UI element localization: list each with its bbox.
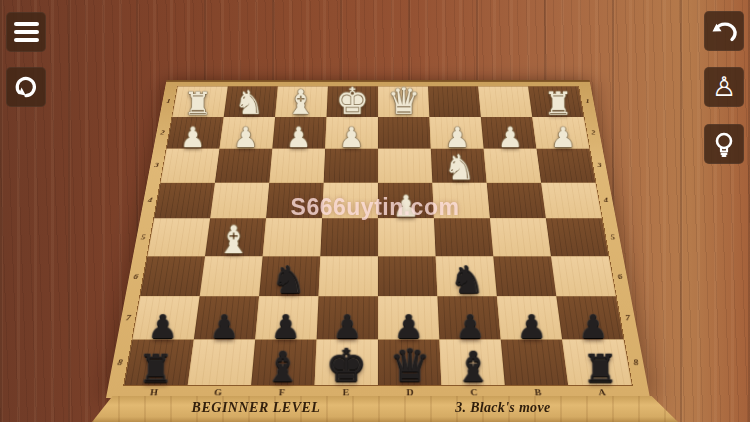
white-pawn-piece[interactable]: ♟ <box>325 123 378 151</box>
square-c3[interactable]: ♞ <box>431 149 487 183</box>
square-h4[interactable] <box>154 182 215 218</box>
square-h1[interactable]: ♜ <box>172 87 227 117</box>
square-e6[interactable] <box>319 256 378 296</box>
square-c5[interactable] <box>434 218 493 256</box>
square-a6[interactable] <box>551 256 616 296</box>
pieces-button[interactable]: ♙ <box>704 67 744 107</box>
square-a5[interactable] <box>546 218 609 256</box>
square-f8[interactable]: ♝ <box>251 339 316 385</box>
square-d1[interactable]: ♛ <box>378 87 429 117</box>
square-h7[interactable]: ♟ <box>133 296 200 339</box>
hamburger-menu-icon <box>14 22 39 42</box>
square-e7[interactable]: ♟ <box>317 296 378 339</box>
watermark-text: S666uytin.com <box>291 194 460 221</box>
square-g2[interactable]: ♟ <box>219 117 275 149</box>
rotate-board-icon <box>12 73 40 101</box>
black-pawn-piece[interactable]: ♟ <box>439 310 501 343</box>
white-pawn-piece[interactable]: ♟ <box>431 123 484 151</box>
black-pawn-piece[interactable]: ♟ <box>562 310 624 343</box>
square-a7[interactable]: ♟ <box>556 296 623 339</box>
square-b6[interactable] <box>493 256 556 296</box>
white-pawn-piece[interactable]: ♟ <box>272 123 325 151</box>
white-queen-piece[interactable]: ♛ <box>378 83 430 119</box>
square-f3[interactable] <box>269 149 325 183</box>
square-a3[interactable] <box>537 149 596 183</box>
square-g4[interactable] <box>210 182 269 218</box>
square-h5[interactable] <box>147 218 210 256</box>
square-e8[interactable]: ♚ <box>315 339 378 385</box>
square-f7[interactable]: ♟ <box>255 296 318 339</box>
square-b5[interactable] <box>490 218 551 256</box>
black-bishop-piece[interactable]: ♝ <box>251 347 315 389</box>
square-g1[interactable]: ♞ <box>224 87 278 117</box>
square-d7[interactable]: ♟ <box>378 296 439 339</box>
white-knight-piece[interactable]: ♞ <box>432 151 487 185</box>
square-c8[interactable]: ♝ <box>439 339 504 385</box>
square-e5[interactable] <box>320 218 378 256</box>
square-f5[interactable] <box>263 218 322 256</box>
hint-button[interactable] <box>704 124 744 164</box>
undo-button[interactable] <box>704 11 744 51</box>
square-e1[interactable]: ♚ <box>327 87 378 117</box>
chess-board: 12345678 ♜♞♝♚♛♜♟♟♟♟♟♟♟♞♟♝♞♞♟♟♟♟♟♟♟♟♜♝♚♛♝… <box>106 80 650 398</box>
black-rook-piece[interactable]: ♜ <box>124 349 188 389</box>
square-b7[interactable]: ♟ <box>497 296 562 339</box>
status-bar: BEGINNER LEVEL 3. Black's move <box>92 396 678 422</box>
lightbulb-hint-icon <box>710 130 738 158</box>
black-rook-piece[interactable]: ♜ <box>568 349 632 389</box>
white-rook-piece[interactable]: ♜ <box>172 87 224 119</box>
white-pawn-piece[interactable]: ♟ <box>484 123 537 151</box>
square-d5[interactable] <box>378 218 436 256</box>
white-pawn-piece[interactable]: ♟ <box>219 123 272 151</box>
black-pawn-piece[interactable]: ♟ <box>378 310 440 343</box>
square-c1[interactable] <box>428 87 481 117</box>
rotate-board-button[interactable] <box>6 67 46 107</box>
menu-button[interactable] <box>6 12 46 52</box>
black-king-piece[interactable]: ♚ <box>314 343 378 389</box>
square-b2[interactable]: ♟ <box>481 117 537 149</box>
square-f2[interactable]: ♟ <box>272 117 326 149</box>
black-pawn-piece[interactable]: ♟ <box>501 310 563 343</box>
square-e2[interactable]: ♟ <box>325 117 378 149</box>
black-pawn-piece[interactable]: ♟ <box>193 310 255 343</box>
white-bishop-piece[interactable]: ♝ <box>205 221 263 259</box>
white-pawn-piece[interactable]: ♟ <box>166 123 219 151</box>
move-status-label: 3. Black's move <box>455 400 550 416</box>
undo-arrow-icon <box>709 16 739 46</box>
square-h3[interactable] <box>161 149 220 183</box>
black-knight-piece[interactable]: ♞ <box>437 261 497 299</box>
black-pawn-piece[interactable]: ♟ <box>316 310 378 343</box>
black-queen-piece[interactable]: ♛ <box>378 343 442 389</box>
square-e3[interactable] <box>324 149 378 183</box>
square-b3[interactable] <box>484 149 541 183</box>
square-a1[interactable]: ♜ <box>528 87 583 117</box>
white-bishop-piece[interactable]: ♝ <box>275 86 327 119</box>
white-knight-piece[interactable]: ♞ <box>223 87 275 120</box>
square-g5[interactable]: ♝ <box>205 218 266 256</box>
square-a8[interactable]: ♜ <box>562 339 632 385</box>
level-label: BEGINNER LEVEL <box>192 400 321 416</box>
black-knight-piece[interactable]: ♞ <box>259 261 319 299</box>
square-f1[interactable]: ♝ <box>275 87 328 117</box>
square-b1[interactable] <box>478 87 532 117</box>
square-g7[interactable]: ♟ <box>194 296 259 339</box>
square-a2[interactable]: ♟ <box>532 117 589 149</box>
square-f6[interactable]: ♞ <box>259 256 320 296</box>
square-d3[interactable] <box>378 149 432 183</box>
square-c2[interactable]: ♟ <box>429 117 483 149</box>
black-pawn-piece[interactable]: ♟ <box>255 310 317 343</box>
square-h2[interactable]: ♟ <box>167 117 224 149</box>
square-g3[interactable] <box>215 149 272 183</box>
square-b4[interactable] <box>487 182 546 218</box>
white-rook-piece[interactable]: ♜ <box>532 87 584 119</box>
square-g8[interactable] <box>188 339 256 385</box>
square-a4[interactable] <box>541 182 602 218</box>
square-d6[interactable] <box>378 256 437 296</box>
pawn-outline-icon: ♙ <box>712 74 736 101</box>
square-h8[interactable]: ♜ <box>124 339 194 385</box>
square-h6[interactable] <box>140 256 205 296</box>
square-b8[interactable] <box>501 339 569 385</box>
white-pawn-piece[interactable]: ♟ <box>537 123 590 151</box>
square-d8[interactable]: ♛ <box>378 339 441 385</box>
white-king-piece[interactable]: ♚ <box>326 83 378 119</box>
black-pawn-piece[interactable]: ♟ <box>132 310 194 343</box>
square-g6[interactable] <box>200 256 263 296</box>
square-c6[interactable]: ♞ <box>436 256 497 296</box>
board-grid: ♜♞♝♚♛♜♟♟♟♟♟♟♟♞♟♝♞♞♟♟♟♟♟♟♟♟♜♝♚♛♝♜ <box>123 86 633 386</box>
square-c7[interactable]: ♟ <box>437 296 500 339</box>
black-bishop-piece[interactable]: ♝ <box>441 347 505 389</box>
square-d2[interactable] <box>378 117 431 149</box>
